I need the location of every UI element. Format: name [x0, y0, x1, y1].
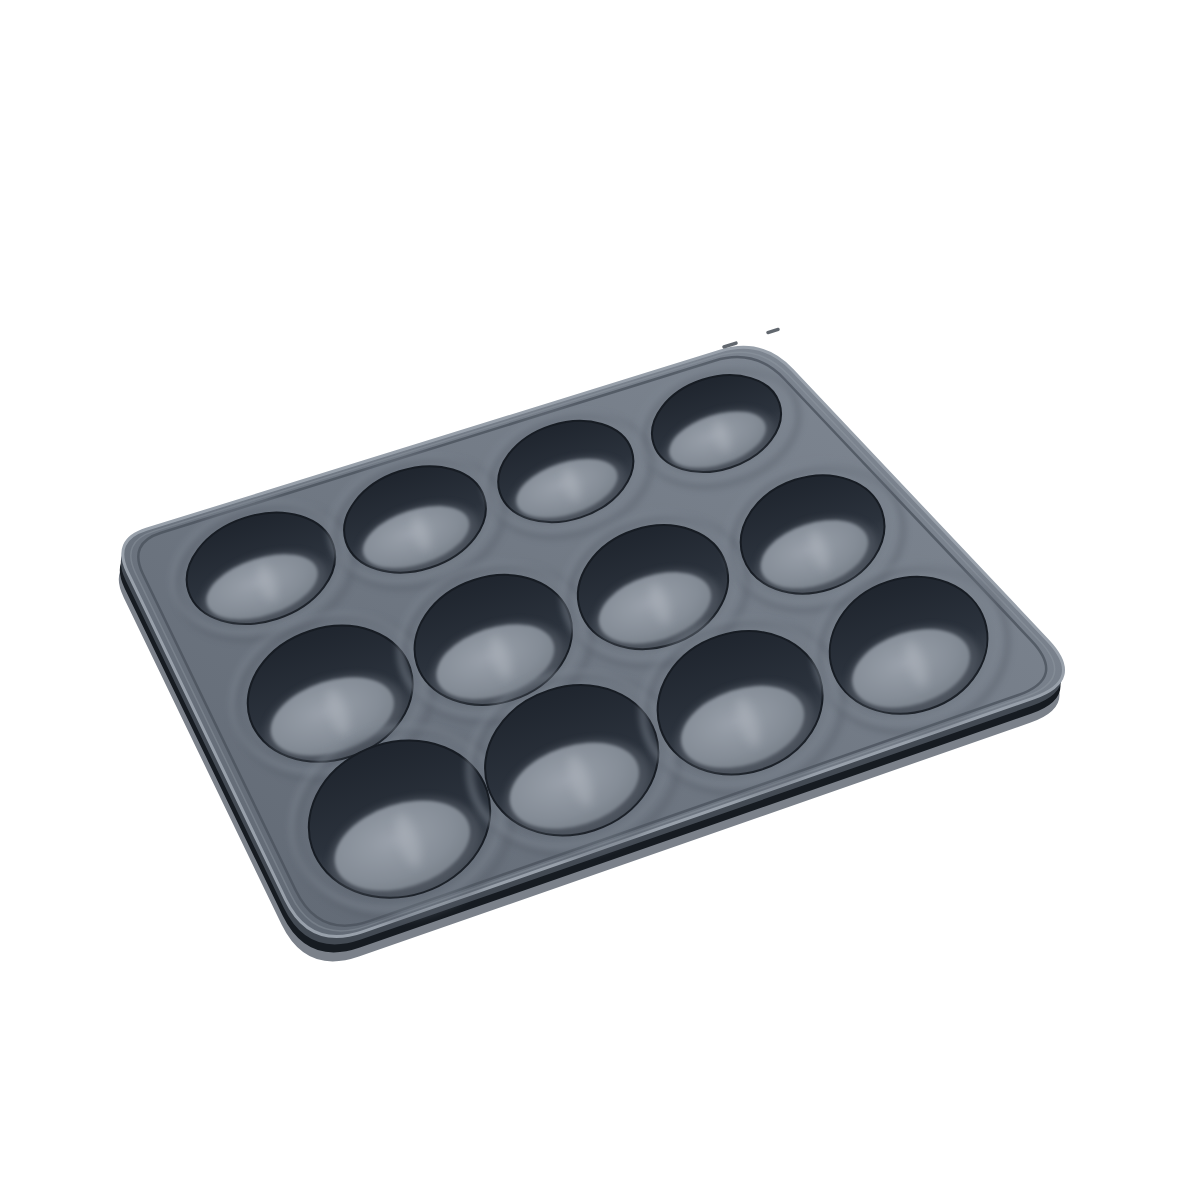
- photo-background: [0, 0, 1200, 1200]
- muffin-pan-product-photo: [0, 0, 1200, 1200]
- muffin-pan: [119, 327, 1064, 961]
- pan-rim-seam-mark: [766, 327, 780, 334]
- muffin-pan-photo-svg: [0, 0, 1200, 1200]
